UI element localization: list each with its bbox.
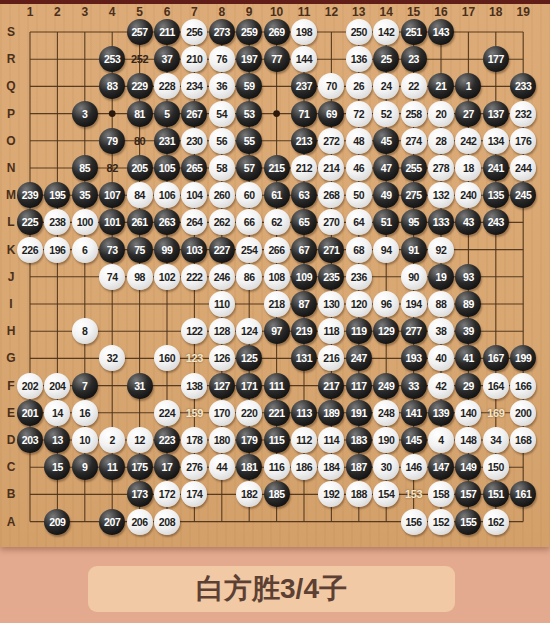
white-stone: 278 (428, 155, 454, 181)
black-stone: 223 (154, 427, 180, 453)
black-stone: 241 (483, 155, 509, 181)
black-stone: 191 (346, 400, 372, 426)
white-stone: 64 (346, 209, 372, 235)
white-stone: 14 (44, 400, 70, 426)
white-stone: 56 (209, 128, 235, 154)
white-stone: 112 (291, 427, 317, 453)
white-stone: 272 (318, 128, 344, 154)
white-stone: 84 (127, 182, 153, 208)
white-stone: 144 (291, 46, 317, 72)
white-stone: 164 (483, 373, 509, 399)
white-stone: 36 (209, 73, 235, 99)
black-stone: 95 (401, 209, 427, 235)
white-stone: 54 (209, 101, 235, 127)
black-stone: 127 (209, 373, 235, 399)
black-stone: 173 (127, 481, 153, 507)
black-stone: 215 (264, 155, 290, 181)
star-point (273, 110, 280, 117)
white-stone: 108 (264, 264, 290, 290)
white-stone: 102 (154, 264, 180, 290)
white-stone: 196 (44, 237, 70, 263)
captured-stone-number-marker: 123 (180, 345, 208, 371)
black-stone: 75 (127, 237, 153, 263)
white-stone: 12 (127, 427, 153, 453)
black-stone: 203 (17, 427, 43, 453)
white-stone: 44 (209, 454, 235, 480)
row-label: I (3, 297, 19, 311)
captured-stone-number-marker: 82 (98, 155, 126, 181)
black-stone: 247 (346, 345, 372, 371)
black-stone: 17 (154, 454, 180, 480)
black-stone: 147 (428, 454, 454, 480)
star-point (109, 110, 116, 117)
black-stone: 273 (209, 19, 235, 45)
captured-stone-number-marker: 169 (482, 400, 510, 426)
black-stone: 113 (291, 400, 317, 426)
white-stone: 96 (373, 291, 399, 317)
white-stone: 206 (127, 509, 153, 535)
white-stone: 22 (401, 73, 427, 99)
white-stone: 204 (44, 373, 70, 399)
page-root: 12345678910111213141516171819SRQPONMLKJI… (0, 0, 550, 623)
white-stone: 274 (401, 128, 427, 154)
white-stone: 52 (373, 101, 399, 127)
black-stone: 9 (72, 454, 98, 480)
top-strip (0, 0, 550, 4)
white-stone: 176 (510, 128, 536, 154)
white-stone: 248 (373, 400, 399, 426)
black-stone: 209 (44, 509, 70, 535)
white-stone: 34 (483, 427, 509, 453)
col-label: 2 (45, 5, 69, 19)
white-stone: 230 (181, 128, 207, 154)
col-label: 9 (237, 5, 261, 19)
black-stone: 93 (455, 264, 481, 290)
black-stone: 219 (291, 318, 317, 344)
col-label: 15 (402, 5, 426, 19)
row-label: Q (3, 79, 19, 93)
col-label: 10 (265, 5, 289, 19)
black-stone: 261 (127, 209, 153, 235)
black-stone: 61 (264, 182, 290, 208)
black-stone: 115 (264, 427, 290, 453)
black-stone: 187 (346, 454, 372, 480)
col-label: 14 (374, 5, 398, 19)
white-stone: 8 (72, 318, 98, 344)
black-stone: 271 (318, 237, 344, 263)
black-stone: 73 (99, 237, 125, 263)
black-stone: 185 (264, 481, 290, 507)
black-stone: 141 (401, 400, 427, 426)
col-label: 6 (155, 5, 179, 19)
black-stone: 57 (236, 155, 262, 181)
black-stone: 5 (154, 101, 180, 127)
black-stone: 257 (127, 19, 153, 45)
white-stone: 62 (264, 209, 290, 235)
white-stone: 218 (264, 291, 290, 317)
white-stone: 244 (510, 155, 536, 181)
go-board[interactable]: 12345678910111213141516171819SRQPONMLKJI… (0, 0, 550, 547)
white-stone: 50 (346, 182, 372, 208)
row-label: P (3, 107, 19, 121)
white-stone: 186 (291, 454, 317, 480)
white-stone: 138 (181, 373, 207, 399)
black-stone: 177 (483, 46, 509, 72)
black-stone: 275 (401, 182, 427, 208)
col-label: 18 (484, 5, 508, 19)
black-stone: 45 (373, 128, 399, 154)
black-stone: 135 (483, 182, 509, 208)
white-stone: 262 (209, 209, 235, 235)
black-stone: 235 (318, 264, 344, 290)
black-stone: 193 (401, 345, 427, 371)
black-stone: 183 (346, 427, 372, 453)
black-stone: 207 (99, 509, 125, 535)
white-stone: 72 (346, 101, 372, 127)
col-label: 19 (511, 5, 535, 19)
col-label: 4 (100, 5, 124, 19)
col-label: 8 (210, 5, 234, 19)
black-stone: 99 (154, 237, 180, 263)
black-stone: 33 (401, 373, 427, 399)
black-stone: 117 (346, 373, 372, 399)
black-stone: 137 (483, 101, 509, 127)
black-stone: 189 (318, 400, 344, 426)
white-stone: 68 (346, 237, 372, 263)
captured-stone-number-marker: 80 (126, 128, 154, 154)
white-stone: 162 (483, 509, 509, 535)
col-label: 13 (347, 5, 371, 19)
white-stone: 76 (209, 46, 235, 72)
white-stone: 180 (209, 427, 235, 453)
white-stone: 152 (428, 509, 454, 535)
black-stone: 79 (99, 128, 125, 154)
white-stone: 26 (346, 73, 372, 99)
result-banner[interactable]: 白方胜3/4子 (88, 566, 455, 612)
row-label: S (3, 25, 19, 39)
white-stone: 116 (264, 454, 290, 480)
black-stone: 249 (373, 373, 399, 399)
black-stone: 277 (401, 318, 427, 344)
col-label: 3 (73, 5, 97, 19)
black-stone: 105 (154, 155, 180, 181)
white-stone: 92 (428, 237, 454, 263)
black-stone: 23 (401, 46, 427, 72)
black-stone: 77 (264, 46, 290, 72)
white-stone: 226 (17, 237, 43, 263)
black-stone: 175 (127, 454, 153, 480)
white-stone: 128 (209, 318, 235, 344)
white-stone: 254 (236, 237, 262, 263)
captured-stone-number-marker: 153 (400, 481, 428, 507)
col-label: 5 (128, 5, 152, 19)
captured-stone-number-marker: 252 (126, 46, 154, 72)
black-stone: 67 (291, 237, 317, 263)
white-stone: 20 (428, 101, 454, 127)
black-stone: 231 (154, 128, 180, 154)
black-stone: 151 (483, 481, 509, 507)
black-stone: 167 (483, 345, 509, 371)
black-stone: 205 (127, 155, 153, 181)
white-stone: 126 (209, 345, 235, 371)
black-stone: 221 (264, 400, 290, 426)
black-stone: 81 (127, 101, 153, 127)
row-label: C (3, 460, 19, 474)
black-stone: 97 (264, 318, 290, 344)
black-stone: 229 (127, 73, 153, 99)
white-stone: 260 (209, 182, 235, 208)
white-stone: 242 (455, 128, 481, 154)
black-stone: 63 (291, 182, 317, 208)
black-stone: 155 (455, 509, 481, 535)
white-stone: 28 (428, 128, 454, 154)
black-stone: 111 (264, 373, 290, 399)
black-stone: 213 (291, 128, 317, 154)
white-stone: 42 (428, 373, 454, 399)
white-stone: 38 (428, 318, 454, 344)
white-stone: 86 (236, 264, 262, 290)
black-stone: 255 (401, 155, 427, 181)
white-stone: 156 (401, 509, 427, 535)
col-label: 7 (182, 5, 206, 19)
black-stone: 211 (154, 19, 180, 45)
white-stone: 134 (483, 128, 509, 154)
white-stone: 232 (510, 101, 536, 127)
white-stone: 200 (510, 400, 536, 426)
white-stone: 10 (72, 427, 98, 453)
col-label: 16 (429, 5, 453, 19)
black-stone: 53 (236, 101, 262, 127)
white-stone: 136 (346, 46, 372, 72)
black-stone: 171 (236, 373, 262, 399)
black-stone: 179 (236, 427, 262, 453)
white-stone: 150 (483, 454, 509, 480)
white-stone: 250 (346, 19, 372, 45)
black-stone: 31 (127, 373, 153, 399)
white-stone: 166 (510, 373, 536, 399)
white-stone: 106 (154, 182, 180, 208)
black-stone: 69 (318, 101, 344, 127)
black-stone: 29 (455, 373, 481, 399)
row-label: R (3, 52, 19, 66)
white-stone: 100 (72, 209, 98, 235)
white-stone: 88 (428, 291, 454, 317)
white-stone: 202 (17, 373, 43, 399)
black-stone: 243 (483, 209, 509, 235)
black-stone: 119 (346, 318, 372, 344)
white-stone: 266 (264, 237, 290, 263)
row-label: O (3, 134, 19, 148)
black-stone: 19 (428, 264, 454, 290)
white-stone: 58 (209, 155, 235, 181)
black-stone: 251 (401, 19, 427, 45)
black-stone: 227 (209, 237, 235, 263)
white-stone: 6 (72, 237, 98, 263)
black-stone: 71 (291, 101, 317, 127)
white-stone: 236 (346, 264, 372, 290)
white-stone: 194 (401, 291, 427, 317)
white-stone: 94 (373, 237, 399, 263)
white-stone: 132 (428, 182, 454, 208)
black-stone: 55 (236, 128, 262, 154)
black-stone: 267 (181, 101, 207, 127)
black-stone: 85 (72, 155, 98, 181)
white-stone: 98 (127, 264, 153, 290)
white-stone: 90 (401, 264, 427, 290)
white-stone: 140 (455, 400, 481, 426)
white-stone: 220 (236, 400, 262, 426)
white-stone: 246 (209, 264, 235, 290)
white-stone: 212 (291, 155, 317, 181)
black-stone: 3 (72, 101, 98, 127)
white-stone: 258 (401, 101, 427, 127)
row-label: G (3, 351, 19, 365)
white-stone: 74 (99, 264, 125, 290)
black-stone: 7 (72, 373, 98, 399)
white-stone: 142 (373, 19, 399, 45)
white-stone: 190 (373, 427, 399, 453)
col-label: 12 (319, 5, 343, 19)
white-stone: 120 (346, 291, 372, 317)
black-stone: 27 (455, 101, 481, 127)
white-stone: 2 (99, 427, 125, 453)
black-stone: 87 (291, 291, 317, 317)
captured-stone-number-marker: 159 (180, 400, 208, 426)
black-stone: 259 (236, 19, 262, 45)
white-stone: 46 (346, 155, 372, 181)
black-stone: 139 (428, 400, 454, 426)
black-stone: 201 (17, 400, 43, 426)
white-stone: 208 (154, 509, 180, 535)
row-label: J (3, 270, 19, 284)
white-stone: 222 (181, 264, 207, 290)
black-stone: 35 (72, 182, 98, 208)
white-stone: 4 (428, 427, 454, 453)
black-stone: 91 (401, 237, 427, 263)
col-label: 17 (456, 5, 480, 19)
black-stone: 239 (17, 182, 43, 208)
white-stone: 48 (346, 128, 372, 154)
white-stone: 16 (72, 400, 98, 426)
black-stone: 47 (373, 155, 399, 181)
black-stone: 143 (428, 19, 454, 45)
col-label: 11 (292, 5, 316, 19)
black-stone: 37 (154, 46, 180, 72)
row-label: B (3, 487, 19, 501)
white-stone: 146 (401, 454, 427, 480)
white-stone: 224 (154, 400, 180, 426)
white-stone: 198 (291, 19, 317, 45)
white-stone: 110 (209, 291, 235, 317)
col-label: 1 (18, 5, 42, 19)
black-stone: 145 (401, 427, 427, 453)
row-label: N (3, 161, 19, 175)
row-label: A (3, 515, 19, 529)
black-stone: 269 (264, 19, 290, 45)
black-stone: 103 (181, 237, 207, 263)
black-stone: 109 (291, 264, 317, 290)
white-stone: 188 (346, 481, 372, 507)
row-label: H (3, 324, 19, 338)
white-stone: 170 (209, 400, 235, 426)
black-stone: 217 (318, 373, 344, 399)
white-stone: 168 (510, 427, 536, 453)
